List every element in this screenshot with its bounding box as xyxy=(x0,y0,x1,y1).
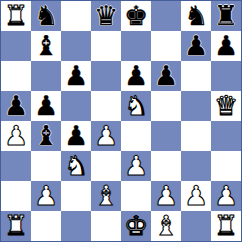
square-b3[interactable] xyxy=(31,151,61,181)
black-bishop-piece: ♝ xyxy=(34,31,58,61)
square-h2[interactable]: ♟ xyxy=(211,181,241,211)
square-a6[interactable] xyxy=(1,61,31,91)
square-d6[interactable] xyxy=(91,61,121,91)
square-f6[interactable]: ♟ xyxy=(151,61,181,91)
black-pawn-piece: ♟ xyxy=(64,121,88,151)
white-knight-piece: ♞ xyxy=(124,91,148,121)
square-g7[interactable]: ♟ xyxy=(181,31,211,61)
square-b4[interactable]: ♝ xyxy=(31,121,61,151)
black-rook-piece: ♜ xyxy=(214,1,238,31)
square-d5[interactable] xyxy=(91,91,121,121)
square-b5[interactable]: ♟ xyxy=(31,91,61,121)
square-g8[interactable]: ♞ xyxy=(181,1,211,31)
black-king-piece: ♚ xyxy=(124,1,148,31)
white-rook-piece: ♜ xyxy=(214,211,238,241)
square-f1[interactable]: ♝ xyxy=(151,211,181,241)
white-pawn-piece: ♟ xyxy=(214,181,238,211)
white-rook-piece: ♜ xyxy=(4,1,28,31)
square-c7[interactable] xyxy=(61,31,91,61)
square-h4[interactable] xyxy=(211,121,241,151)
square-g1[interactable] xyxy=(181,211,211,241)
square-e1[interactable]: ♚ xyxy=(121,211,151,241)
black-pawn-piece: ♟ xyxy=(154,61,178,91)
square-a8[interactable]: ♜ xyxy=(1,1,31,31)
square-b2[interactable]: ♟ xyxy=(31,181,61,211)
square-g2[interactable]: ♟ xyxy=(181,181,211,211)
black-knight-piece: ♞ xyxy=(184,1,208,31)
square-c5[interactable] xyxy=(61,91,91,121)
square-e8[interactable]: ♚ xyxy=(121,1,151,31)
square-h5[interactable]: ♛ xyxy=(211,91,241,121)
black-pawn-piece: ♟ xyxy=(184,31,208,61)
square-a2[interactable] xyxy=(1,181,31,211)
square-h7[interactable]: ♟ xyxy=(211,31,241,61)
square-e5[interactable]: ♞ xyxy=(121,91,151,121)
white-queen-piece: ♛ xyxy=(214,91,238,121)
square-h3[interactable] xyxy=(211,151,241,181)
chess-board: ♜♞♛♚♞♜♝♟♟♟♟♟♟♟♞♛♟♝♟♟♞♟♟♝♟♟♟♜♚♝♜ xyxy=(0,0,242,242)
chess-board-wrapper: ♜♞♛♚♞♜♝♟♟♟♟♟♟♟♞♛♟♝♟♟♞♟♟♝♟♟♟♜♚♝♜ xyxy=(0,0,242,242)
square-d3[interactable] xyxy=(91,151,121,181)
square-d2[interactable]: ♝ xyxy=(91,181,121,211)
white-knight-piece: ♞ xyxy=(64,151,88,181)
square-g4[interactable] xyxy=(181,121,211,151)
black-bishop-piece: ♝ xyxy=(34,121,58,151)
square-c8[interactable] xyxy=(61,1,91,31)
square-h8[interactable]: ♜ xyxy=(211,1,241,31)
white-bishop-piece: ♝ xyxy=(154,211,178,241)
black-pawn-piece: ♟ xyxy=(124,61,148,91)
square-b8[interactable]: ♞ xyxy=(31,1,61,31)
square-d1[interactable] xyxy=(91,211,121,241)
white-pawn-piece: ♟ xyxy=(184,181,208,211)
square-e2[interactable] xyxy=(121,181,151,211)
square-g6[interactable] xyxy=(181,61,211,91)
square-e7[interactable] xyxy=(121,31,151,61)
square-f8[interactable] xyxy=(151,1,181,31)
black-pawn-piece: ♟ xyxy=(64,61,88,91)
square-b1[interactable] xyxy=(31,211,61,241)
square-f7[interactable] xyxy=(151,31,181,61)
black-pawn-piece: ♟ xyxy=(214,31,238,61)
square-d7[interactable] xyxy=(91,31,121,61)
square-h6[interactable] xyxy=(211,61,241,91)
square-c2[interactable] xyxy=(61,181,91,211)
white-pawn-piece: ♟ xyxy=(94,121,118,151)
square-a1[interactable]: ♜ xyxy=(1,211,31,241)
white-pawn-piece: ♟ xyxy=(124,151,148,181)
square-e6[interactable]: ♟ xyxy=(121,61,151,91)
square-f4[interactable] xyxy=(151,121,181,151)
square-c6[interactable]: ♟ xyxy=(61,61,91,91)
white-king-piece: ♚ xyxy=(124,211,148,241)
square-d4[interactable]: ♟ xyxy=(91,121,121,151)
square-d8[interactable]: ♛ xyxy=(91,1,121,31)
black-queen-piece: ♛ xyxy=(94,1,118,31)
square-c4[interactable]: ♟ xyxy=(61,121,91,151)
square-f2[interactable]: ♟ xyxy=(151,181,181,211)
square-g5[interactable] xyxy=(181,91,211,121)
square-c3[interactable]: ♞ xyxy=(61,151,91,181)
white-pawn-piece: ♟ xyxy=(34,181,58,211)
square-c1[interactable] xyxy=(61,211,91,241)
square-b7[interactable]: ♝ xyxy=(31,31,61,61)
square-b6[interactable] xyxy=(31,61,61,91)
square-a3[interactable] xyxy=(1,151,31,181)
square-f5[interactable] xyxy=(151,91,181,121)
square-g3[interactable] xyxy=(181,151,211,181)
square-e3[interactable]: ♟ xyxy=(121,151,151,181)
square-h1[interactable]: ♜ xyxy=(211,211,241,241)
black-pawn-piece: ♟ xyxy=(34,91,58,121)
square-a5[interactable]: ♟ xyxy=(1,91,31,121)
square-a7[interactable] xyxy=(1,31,31,61)
white-bishop-piece: ♝ xyxy=(94,181,118,211)
white-pawn-piece: ♟ xyxy=(154,181,178,211)
black-knight-piece: ♞ xyxy=(34,1,58,31)
square-f3[interactable] xyxy=(151,151,181,181)
black-pawn-piece: ♟ xyxy=(4,91,28,121)
white-pawn-piece: ♟ xyxy=(4,121,28,151)
square-a4[interactable]: ♟ xyxy=(1,121,31,151)
square-e4[interactable] xyxy=(121,121,151,151)
white-rook-piece: ♜ xyxy=(4,211,28,241)
